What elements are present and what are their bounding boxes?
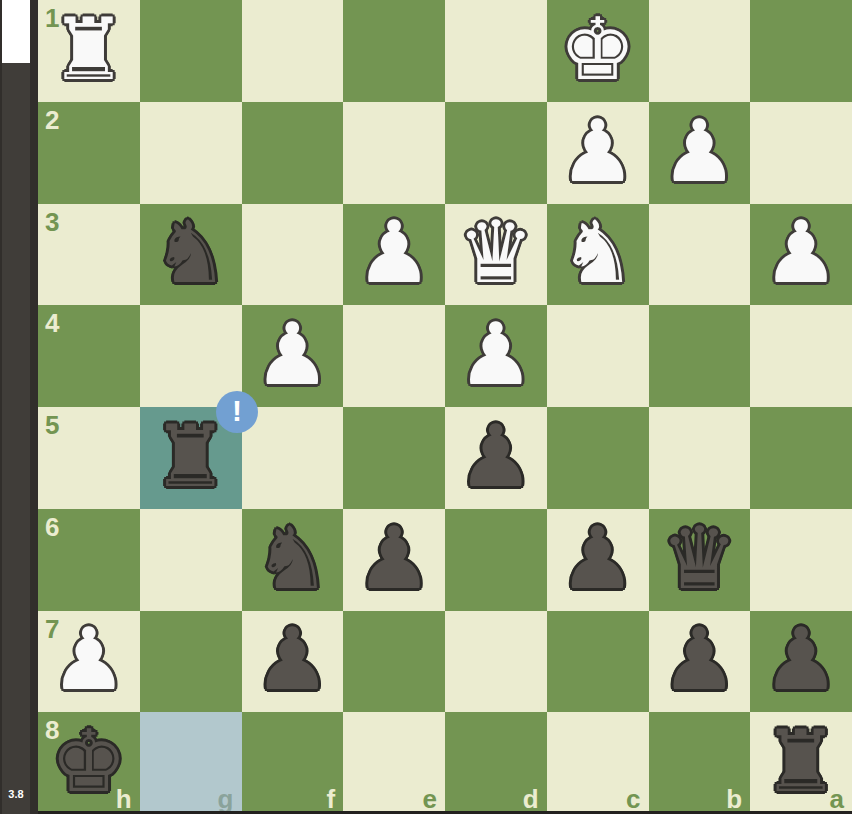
piece-black-rook[interactable]: ♜: [152, 413, 229, 499]
rank-label-2: 2: [45, 107, 59, 133]
square-a3[interactable]: ♟: [750, 204, 852, 306]
square-d4[interactable]: ♟: [445, 305, 547, 407]
square-g2[interactable]: [140, 102, 242, 204]
square-b7[interactable]: ♟: [649, 611, 751, 713]
square-d3[interactable]: ♛: [445, 204, 547, 306]
square-b3[interactable]: [649, 204, 751, 306]
evaluation-bar: 3.8: [2, 0, 30, 814]
rank-label-3: 3: [45, 209, 59, 235]
square-a5[interactable]: [750, 407, 852, 509]
square-c1[interactable]: ♚: [547, 0, 649, 102]
square-c4[interactable]: [547, 305, 649, 407]
square-h7[interactable]: 7♟: [38, 611, 140, 713]
piece-black-pawn[interactable]: ♟: [356, 515, 433, 601]
piece-white-pawn[interactable]: ♟: [559, 108, 636, 194]
rank-label-6: 6: [45, 514, 59, 540]
piece-white-king[interactable]: ♚: [559, 6, 636, 92]
piece-white-pawn[interactable]: ♟: [763, 209, 840, 295]
piece-white-pawn[interactable]: ♟: [457, 311, 534, 397]
square-f1[interactable]: [242, 0, 344, 102]
square-d2[interactable]: [445, 102, 547, 204]
piece-white-pawn[interactable]: ♟: [356, 209, 433, 295]
piece-black-knight[interactable]: ♞: [254, 515, 331, 601]
square-c2[interactable]: ♟: [547, 102, 649, 204]
square-b1[interactable]: [649, 0, 751, 102]
square-h4[interactable]: 4: [38, 305, 140, 407]
square-g8[interactable]: g: [140, 712, 242, 814]
square-h2[interactable]: 2: [38, 102, 140, 204]
piece-white-pawn[interactable]: ♟: [254, 311, 331, 397]
square-e2[interactable]: [343, 102, 445, 204]
square-e4[interactable]: [343, 305, 445, 407]
piece-white-queen[interactable]: ♛: [457, 209, 534, 295]
piece-white-pawn[interactable]: ♟: [661, 108, 738, 194]
chess-board: 1♜♚2♟♟3♞♟♛♞♟4♟♟5♜♟6♞♟♟♛7♟♟♟♟8h♚gfedcba♜: [38, 0, 852, 814]
piece-black-rook[interactable]: ♜: [763, 718, 840, 804]
evaluation-bar-white-section: [2, 0, 30, 63]
great-move-badge: !: [216, 391, 258, 433]
piece-white-pawn[interactable]: ♟: [50, 616, 127, 702]
square-a2[interactable]: [750, 102, 852, 204]
evaluation-score: 3.8: [2, 788, 30, 800]
square-e3[interactable]: ♟: [343, 204, 445, 306]
file-label-f: f: [327, 786, 336, 812]
square-d6[interactable]: [445, 509, 547, 611]
square-e8[interactable]: e: [343, 712, 445, 814]
square-c6[interactable]: ♟: [547, 509, 649, 611]
piece-black-pawn[interactable]: ♟: [661, 616, 738, 702]
file-label-c: c: [626, 786, 640, 812]
piece-black-pawn[interactable]: ♟: [457, 413, 534, 499]
square-b8[interactable]: b: [649, 712, 751, 814]
file-label-g: g: [218, 786, 234, 812]
rank-label-5: 5: [45, 412, 59, 438]
square-f8[interactable]: f: [242, 712, 344, 814]
file-label-b: b: [726, 786, 742, 812]
square-b6[interactable]: ♛: [649, 509, 751, 611]
square-d1[interactable]: [445, 0, 547, 102]
square-a7[interactable]: ♟: [750, 611, 852, 713]
square-h6[interactable]: 6: [38, 509, 140, 611]
square-g3[interactable]: ♞: [140, 204, 242, 306]
piece-black-queen[interactable]: ♛: [661, 515, 738, 601]
piece-black-pawn[interactable]: ♟: [763, 616, 840, 702]
square-d5[interactable]: ♟: [445, 407, 547, 509]
piece-black-pawn[interactable]: ♟: [254, 616, 331, 702]
square-c7[interactable]: [547, 611, 649, 713]
square-c8[interactable]: c: [547, 712, 649, 814]
square-e1[interactable]: [343, 0, 445, 102]
square-g7[interactable]: [140, 611, 242, 713]
square-b5[interactable]: [649, 407, 751, 509]
square-f2[interactable]: [242, 102, 344, 204]
square-f4[interactable]: ♟: [242, 305, 344, 407]
square-g4[interactable]: [140, 305, 242, 407]
square-a1[interactable]: [750, 0, 852, 102]
square-f3[interactable]: [242, 204, 344, 306]
piece-black-king[interactable]: ♚: [50, 718, 127, 804]
file-label-d: d: [523, 786, 539, 812]
square-g6[interactable]: [140, 509, 242, 611]
square-h3[interactable]: 3: [38, 204, 140, 306]
piece-black-knight[interactable]: ♞: [152, 209, 229, 295]
square-f7[interactable]: ♟: [242, 611, 344, 713]
square-h1[interactable]: 1♜: [38, 0, 140, 102]
square-d7[interactable]: [445, 611, 547, 713]
piece-white-knight[interactable]: ♞: [559, 209, 636, 295]
square-f5[interactable]: [242, 407, 344, 509]
square-b4[interactable]: [649, 305, 751, 407]
square-a4[interactable]: [750, 305, 852, 407]
square-a6[interactable]: [750, 509, 852, 611]
square-e5[interactable]: [343, 407, 445, 509]
file-label-e: e: [423, 786, 437, 812]
square-h8[interactable]: 8h♚: [38, 712, 140, 814]
square-e6[interactable]: ♟: [343, 509, 445, 611]
square-b2[interactable]: ♟: [649, 102, 751, 204]
square-d8[interactable]: d: [445, 712, 547, 814]
rank-label-4: 4: [45, 310, 59, 336]
square-c3[interactable]: ♞: [547, 204, 649, 306]
square-c5[interactable]: [547, 407, 649, 509]
piece-black-pawn[interactable]: ♟: [559, 515, 636, 601]
square-g1[interactable]: [140, 0, 242, 102]
piece-white-rook[interactable]: ♜: [50, 6, 127, 92]
square-h5[interactable]: 5: [38, 407, 140, 509]
exclamation-icon: !: [232, 396, 242, 426]
square-a8[interactable]: a♜: [750, 712, 852, 814]
chess-app: 3.8 1♜♚2♟♟3♞♟♛♞♟4♟♟5♜♟6♞♟♟♛7♟♟♟♟8h♚gfedc…: [0, 0, 852, 814]
square-e7[interactable]: [343, 611, 445, 713]
square-f6[interactable]: ♞: [242, 509, 344, 611]
